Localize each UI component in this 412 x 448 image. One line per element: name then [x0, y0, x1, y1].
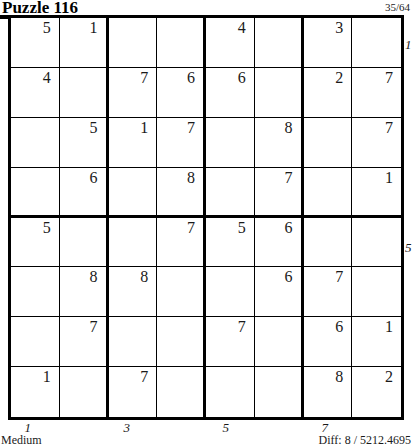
cell-r4c7[interactable] [304, 168, 353, 218]
cell-r3c1[interactable] [11, 118, 60, 168]
cell-r8c2[interactable] [60, 367, 109, 417]
cell-r4c3[interactable] [109, 168, 158, 218]
cell-r1c2[interactable]: 1 [60, 18, 109, 68]
cell-r1c3[interactable] [109, 18, 158, 68]
cell-r2c2[interactable] [60, 68, 109, 118]
cell-r5c7[interactable] [304, 218, 353, 268]
cell-r4c1[interactable] [11, 168, 60, 218]
cell-r8c5[interactable] [206, 367, 255, 417]
cell-r2c1[interactable]: 4 [11, 68, 60, 118]
cell-r3c8[interactable]: 7 [352, 118, 401, 168]
cell-r8c8[interactable]: 2 [352, 367, 401, 417]
cell-r6c7[interactable]: 7 [304, 267, 353, 317]
cell-r1c4[interactable] [157, 18, 206, 68]
cell-r2c7[interactable]: 2 [304, 68, 353, 118]
cell-r7c1[interactable] [11, 317, 60, 367]
cell-r5c5[interactable]: 5 [206, 218, 255, 268]
cell-r8c7[interactable]: 8 [304, 367, 353, 417]
cell-r5c6[interactable]: 6 [255, 218, 304, 268]
cell-r4c2[interactable]: 6 [60, 168, 109, 218]
cell-r6c5[interactable] [206, 267, 255, 317]
clue-counter: 35/64 [385, 1, 410, 13]
cell-r8c4[interactable] [157, 367, 206, 417]
col-label-3: 3 [124, 420, 131, 436]
cell-r2c8[interactable]: 7 [352, 68, 401, 118]
cell-r8c3[interactable]: 7 [109, 367, 158, 417]
cell-r5c1[interactable]: 5 [11, 218, 60, 268]
cell-r1c1[interactable]: 5 [11, 18, 60, 68]
cell-r7c8[interactable]: 1 [352, 317, 401, 367]
cell-r2c6[interactable] [255, 68, 304, 118]
cell-r5c8[interactable] [352, 218, 401, 268]
cell-r6c1[interactable] [11, 267, 60, 317]
cell-r7c4[interactable] [157, 317, 206, 367]
cell-r1c5[interactable]: 4 [206, 18, 255, 68]
sudoku-board: 51434766275178768715756886777611782 [8, 15, 404, 420]
cell-r5c2[interactable] [60, 218, 109, 268]
cell-r3c5[interactable] [206, 118, 255, 168]
cell-r2c4[interactable]: 6 [157, 68, 206, 118]
cell-r7c5[interactable]: 7 [206, 317, 255, 367]
col-label-5: 5 [223, 420, 230, 436]
cell-r8c6[interactable] [255, 367, 304, 417]
cell-r6c3[interactable]: 8 [109, 267, 158, 317]
cell-r3c6[interactable]: 8 [255, 118, 304, 168]
cell-r7c3[interactable] [109, 317, 158, 367]
cell-r5c4[interactable]: 7 [157, 218, 206, 268]
cell-r6c8[interactable] [352, 267, 401, 317]
cell-r4c8[interactable]: 1 [352, 168, 401, 218]
cell-r6c6[interactable]: 6 [255, 267, 304, 317]
cell-r5c3[interactable] [109, 218, 158, 268]
cell-r3c2[interactable]: 5 [60, 118, 109, 168]
cell-r4c5[interactable] [206, 168, 255, 218]
cell-r1c6[interactable] [255, 18, 304, 68]
cell-r4c6[interactable]: 7 [255, 168, 304, 218]
cell-r2c3[interactable]: 7 [109, 68, 158, 118]
cell-r4c4[interactable]: 8 [157, 168, 206, 218]
cell-r3c7[interactable] [304, 118, 353, 168]
cell-r3c4[interactable]: 7 [157, 118, 206, 168]
cell-r2c5[interactable]: 6 [206, 68, 255, 118]
row-label-5: 5 [405, 240, 412, 256]
cell-r7c6[interactable] [255, 317, 304, 367]
difficulty-label: Medium [1, 433, 42, 448]
difficulty-detail: Diff: 8 / 5212.4695 [319, 433, 411, 448]
row-label-1: 1 [405, 37, 412, 53]
cell-r1c8[interactable] [352, 18, 401, 68]
cell-r3c3[interactable]: 1 [109, 118, 158, 168]
cell-r1c7[interactable]: 3 [304, 18, 353, 68]
cell-r6c2[interactable]: 8 [60, 267, 109, 317]
cell-r7c7[interactable]: 6 [304, 317, 353, 367]
cell-r6c4[interactable] [157, 267, 206, 317]
cell-r8c1[interactable]: 1 [11, 367, 60, 417]
cell-r7c2[interactable]: 7 [60, 317, 109, 367]
